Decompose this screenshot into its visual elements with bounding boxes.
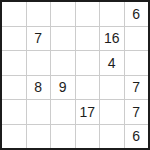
cell-r1c4[interactable] (76, 2, 100, 26)
cell-r1c3[interactable] (51, 2, 75, 26)
cell-r1c5[interactable] (100, 2, 124, 26)
cell-r3c4[interactable] (76, 51, 100, 75)
cell-r6c3[interactable] (51, 125, 75, 149)
cell-r5c5[interactable] (100, 100, 124, 124)
cell-r5c1[interactable] (2, 100, 26, 124)
cell-r1c2[interactable] (27, 2, 51, 26)
cell-r4c5[interactable] (100, 76, 124, 100)
cell-r2c5[interactable]: 16 (100, 27, 124, 51)
cell-r3c5[interactable]: 4 (100, 51, 124, 75)
cell-r3c2[interactable] (27, 51, 51, 75)
puzzle-screen: 671648971776 (0, 0, 150, 150)
cell-r4c3[interactable]: 9 (51, 76, 75, 100)
cell-r1c1[interactable] (2, 2, 26, 26)
cell-r2c3[interactable] (51, 27, 75, 51)
cell-r6c5[interactable] (100, 125, 124, 149)
cell-r5c2[interactable] (27, 100, 51, 124)
cell-r5c4[interactable]: 17 (76, 100, 100, 124)
cell-r3c3[interactable] (51, 51, 75, 75)
cell-r4c2[interactable]: 8 (27, 76, 51, 100)
cell-r4c4[interactable] (76, 76, 100, 100)
cell-r6c2[interactable] (27, 125, 51, 149)
cell-r3c6[interactable] (125, 51, 149, 75)
cell-r6c4[interactable] (76, 125, 100, 149)
cell-r1c6[interactable]: 6 (125, 2, 149, 26)
cell-r2c2[interactable]: 7 (27, 27, 51, 51)
cell-r4c1[interactable] (2, 76, 26, 100)
cell-r3c1[interactable] (2, 51, 26, 75)
cell-r4c6[interactable]: 7 (125, 76, 149, 100)
puzzle-board: 671648971776 (0, 0, 150, 150)
cell-r5c3[interactable] (51, 100, 75, 124)
cell-r2c1[interactable] (2, 27, 26, 51)
cell-r2c6[interactable] (125, 27, 149, 51)
cell-r6c1[interactable] (2, 125, 26, 149)
cell-r6c6[interactable]: 6 (125, 125, 149, 149)
cell-r5c6[interactable]: 7 (125, 100, 149, 124)
cell-r2c4[interactable] (76, 27, 100, 51)
